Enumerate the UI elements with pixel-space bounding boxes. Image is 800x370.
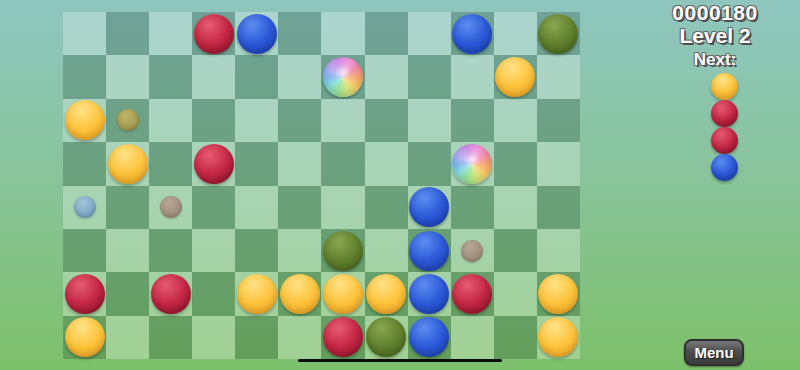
ball-yellow[interactable] bbox=[108, 144, 148, 184]
next-label: Next: bbox=[640, 51, 790, 69]
board-cell[interactable] bbox=[537, 12, 580, 55]
next-ball-yellow bbox=[711, 73, 738, 100]
board-cell[interactable] bbox=[451, 272, 494, 315]
score-display: 0000180 bbox=[640, 2, 790, 24]
next-balls-queue bbox=[711, 73, 738, 181]
board-cell[interactable] bbox=[192, 55, 235, 98]
ball-red[interactable] bbox=[194, 144, 234, 184]
board-cell[interactable] bbox=[235, 229, 278, 272]
ball-green[interactable] bbox=[538, 14, 578, 54]
board-cell[interactable] bbox=[365, 99, 408, 142]
board-cell[interactable] bbox=[235, 316, 278, 359]
ball-red[interactable] bbox=[151, 274, 191, 314]
board-cell[interactable] bbox=[278, 55, 321, 98]
board-cell[interactable] bbox=[106, 186, 149, 229]
game-screen: 0000180 Level 2 Next: Menu bbox=[0, 0, 800, 370]
board-cell[interactable] bbox=[63, 272, 106, 315]
ball-blue[interactable] bbox=[237, 14, 277, 54]
ball-blue[interactable] bbox=[452, 14, 492, 54]
board-cell[interactable] bbox=[494, 186, 537, 229]
ball-yellow[interactable] bbox=[280, 274, 320, 314]
board-cell[interactable] bbox=[408, 229, 451, 272]
board-cell[interactable] bbox=[192, 229, 235, 272]
board-cell[interactable] bbox=[63, 55, 106, 98]
ball-red[interactable] bbox=[65, 274, 105, 314]
board-cell[interactable] bbox=[149, 229, 192, 272]
board-cell[interactable] bbox=[408, 186, 451, 229]
board-cell[interactable] bbox=[321, 229, 364, 272]
level-display: Level 2 bbox=[640, 25, 790, 47]
board-cell[interactable] bbox=[321, 12, 364, 55]
board-cell[interactable] bbox=[408, 316, 451, 359]
board-cell[interactable] bbox=[494, 99, 537, 142]
timer-bar bbox=[298, 359, 502, 362]
ball-yellow[interactable] bbox=[65, 100, 105, 140]
board-cell[interactable] bbox=[408, 99, 451, 142]
ball-blue[interactable] bbox=[409, 274, 449, 314]
board-cell[interactable] bbox=[106, 142, 149, 185]
board-cell[interactable] bbox=[106, 12, 149, 55]
board bbox=[63, 12, 580, 359]
board-cell[interactable] bbox=[365, 186, 408, 229]
next-ball-blue bbox=[711, 154, 738, 181]
board-cell[interactable] bbox=[192, 142, 235, 185]
board-cell[interactable] bbox=[149, 272, 192, 315]
hud-panel: 0000180 Level 2 Next: bbox=[640, 2, 790, 181]
board-cell[interactable] bbox=[149, 142, 192, 185]
ball-green[interactable] bbox=[366, 317, 406, 357]
board-cell[interactable] bbox=[278, 229, 321, 272]
board-cell[interactable] bbox=[63, 142, 106, 185]
ball-blue[interactable] bbox=[409, 231, 449, 271]
board-cell[interactable] bbox=[408, 272, 451, 315]
ball-yellow[interactable] bbox=[495, 57, 535, 97]
board-cell[interactable] bbox=[365, 272, 408, 315]
board-cell[interactable] bbox=[321, 272, 364, 315]
board-cell[interactable] bbox=[494, 142, 537, 185]
ball-small-blue[interactable] bbox=[74, 196, 96, 218]
board-cell[interactable] bbox=[278, 272, 321, 315]
board-cell[interactable] bbox=[149, 316, 192, 359]
ball-yellow[interactable] bbox=[323, 274, 363, 314]
board-cell[interactable] bbox=[408, 12, 451, 55]
board-cell[interactable] bbox=[537, 99, 580, 142]
board-cell[interactable] bbox=[365, 142, 408, 185]
board-cell[interactable] bbox=[321, 186, 364, 229]
board-cell[interactable] bbox=[537, 272, 580, 315]
ball-yellow[interactable] bbox=[538, 274, 578, 314]
board-cell[interactable] bbox=[192, 316, 235, 359]
board-cell[interactable] bbox=[451, 186, 494, 229]
board-cell[interactable] bbox=[451, 55, 494, 98]
ball-small-yellow[interactable] bbox=[117, 109, 139, 131]
ball-yellow[interactable] bbox=[366, 274, 406, 314]
board-cell[interactable] bbox=[494, 316, 537, 359]
board-cell[interactable] bbox=[451, 12, 494, 55]
ball-rainbow[interactable] bbox=[452, 144, 492, 184]
board-cell[interactable] bbox=[408, 55, 451, 98]
board-cell[interactable] bbox=[537, 186, 580, 229]
board-cell[interactable] bbox=[451, 142, 494, 185]
board-cell[interactable] bbox=[494, 55, 537, 98]
board-cell[interactable] bbox=[321, 55, 364, 98]
board-cell[interactable] bbox=[63, 186, 106, 229]
board-cell[interactable] bbox=[537, 55, 580, 98]
board-cell[interactable] bbox=[321, 99, 364, 142]
ball-yellow[interactable] bbox=[538, 317, 578, 357]
board-cell[interactable] bbox=[149, 186, 192, 229]
board-cell[interactable] bbox=[278, 12, 321, 55]
board-cell[interactable] bbox=[106, 229, 149, 272]
board-cell[interactable] bbox=[321, 142, 364, 185]
menu-button[interactable]: Menu bbox=[684, 339, 744, 366]
board-cell[interactable] bbox=[278, 99, 321, 142]
ball-green[interactable] bbox=[323, 231, 363, 271]
board-cell[interactable] bbox=[494, 272, 537, 315]
board-cell[interactable] bbox=[278, 186, 321, 229]
board-cell[interactable] bbox=[321, 316, 364, 359]
next-ball-red bbox=[711, 100, 738, 127]
ball-red[interactable] bbox=[194, 14, 234, 54]
board-cell[interactable] bbox=[408, 142, 451, 185]
board-cell[interactable] bbox=[537, 229, 580, 272]
board-cell[interactable] bbox=[235, 186, 278, 229]
board-cell[interactable] bbox=[278, 142, 321, 185]
board-cell[interactable] bbox=[451, 229, 494, 272]
board-cell[interactable] bbox=[63, 316, 106, 359]
board-cell[interactable] bbox=[106, 272, 149, 315]
board-cell[interactable] bbox=[451, 316, 494, 359]
board-cell[interactable] bbox=[494, 229, 537, 272]
ball-rainbow[interactable] bbox=[323, 57, 363, 97]
board-cell[interactable] bbox=[149, 55, 192, 98]
ball-yellow[interactable] bbox=[65, 317, 105, 357]
ball-yellow[interactable] bbox=[237, 274, 277, 314]
board-cell[interactable] bbox=[365, 316, 408, 359]
board-cell[interactable] bbox=[63, 229, 106, 272]
board-cell[interactable] bbox=[106, 99, 149, 142]
ball-blue[interactable] bbox=[409, 317, 449, 357]
board-cell[interactable] bbox=[365, 55, 408, 98]
board-cell[interactable] bbox=[235, 55, 278, 98]
ball-red[interactable] bbox=[323, 317, 363, 357]
board-cell[interactable] bbox=[235, 272, 278, 315]
board-cell[interactable] bbox=[537, 142, 580, 185]
board-cell[interactable] bbox=[451, 99, 494, 142]
board-cell[interactable] bbox=[106, 55, 149, 98]
board-cell[interactable] bbox=[192, 272, 235, 315]
board-cell[interactable] bbox=[192, 99, 235, 142]
ball-small-brown[interactable] bbox=[461, 240, 483, 262]
board-cell[interactable] bbox=[494, 12, 537, 55]
board-cell[interactable] bbox=[235, 12, 278, 55]
ball-blue[interactable] bbox=[409, 187, 449, 227]
board-cell[interactable] bbox=[235, 142, 278, 185]
board-cell[interactable] bbox=[278, 316, 321, 359]
board-cell[interactable] bbox=[149, 12, 192, 55]
ball-red[interactable] bbox=[452, 274, 492, 314]
board-cell[interactable] bbox=[537, 316, 580, 359]
next-ball-red bbox=[711, 127, 738, 154]
board-cell[interactable] bbox=[106, 316, 149, 359]
board-cell[interactable] bbox=[149, 99, 192, 142]
board-cell[interactable] bbox=[365, 229, 408, 272]
board-cell[interactable] bbox=[365, 12, 408, 55]
board-cell[interactable] bbox=[192, 186, 235, 229]
board-cell[interactable] bbox=[192, 12, 235, 55]
ball-small-brown[interactable] bbox=[160, 196, 182, 218]
board-cell[interactable] bbox=[63, 99, 106, 142]
board-cell[interactable] bbox=[63, 12, 106, 55]
board-cell[interactable] bbox=[235, 99, 278, 142]
